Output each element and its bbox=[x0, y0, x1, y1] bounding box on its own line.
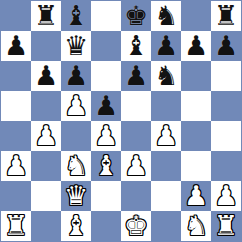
piece-black-bishop[interactable]: ♝ bbox=[124, 32, 148, 59]
square-a1[interactable]: ♜ bbox=[1, 211, 31, 241]
square-f5[interactable] bbox=[151, 91, 181, 121]
square-e1[interactable]: ♚ bbox=[121, 211, 151, 241]
piece-black-pawn[interactable]: ♟ bbox=[154, 32, 178, 59]
square-c2[interactable]: ♛ bbox=[61, 181, 91, 211]
square-h4[interactable] bbox=[211, 121, 241, 151]
square-c8[interactable]: ♝ bbox=[61, 1, 91, 31]
square-g6[interactable] bbox=[181, 61, 211, 91]
piece-white-bishop[interactable]: ♝ bbox=[64, 212, 88, 239]
square-d6[interactable] bbox=[91, 61, 121, 91]
square-h3[interactable] bbox=[211, 151, 241, 181]
piece-white-rook[interactable]: ♜ bbox=[214, 212, 238, 239]
square-c7[interactable]: ♛ bbox=[61, 31, 91, 61]
square-c1[interactable]: ♝ bbox=[61, 211, 91, 241]
square-b5[interactable] bbox=[31, 91, 61, 121]
piece-white-pawn[interactable]: ♟ bbox=[34, 122, 58, 149]
piece-black-king[interactable]: ♚ bbox=[124, 2, 148, 29]
square-g2[interactable]: ♟ bbox=[181, 181, 211, 211]
square-e8[interactable]: ♚ bbox=[121, 1, 151, 31]
piece-white-pawn[interactable]: ♟ bbox=[154, 122, 178, 149]
square-d3[interactable]: ♝ bbox=[91, 151, 121, 181]
piece-white-rook[interactable]: ♜ bbox=[4, 212, 28, 239]
square-h2[interactable]: ♟ bbox=[211, 181, 241, 211]
piece-white-pawn[interactable]: ♟ bbox=[64, 92, 88, 119]
square-a2[interactable] bbox=[1, 181, 31, 211]
square-a8[interactable] bbox=[1, 1, 31, 31]
square-b2[interactable] bbox=[31, 181, 61, 211]
piece-black-pawn[interactable]: ♟ bbox=[4, 32, 28, 59]
square-b1[interactable] bbox=[31, 211, 61, 241]
piece-white-pawn[interactable]: ♟ bbox=[124, 152, 148, 179]
square-d7[interactable] bbox=[91, 31, 121, 61]
square-e3[interactable]: ♟ bbox=[121, 151, 151, 181]
square-e6[interactable]: ♟ bbox=[121, 61, 151, 91]
square-e2[interactable] bbox=[121, 181, 151, 211]
square-b8[interactable]: ♜ bbox=[31, 1, 61, 31]
square-d1[interactable] bbox=[91, 211, 121, 241]
square-h5[interactable] bbox=[211, 91, 241, 121]
piece-black-rook[interactable]: ♜ bbox=[34, 2, 58, 29]
piece-black-pawn[interactable]: ♟ bbox=[214, 32, 238, 59]
square-c3[interactable]: ♞ bbox=[61, 151, 91, 181]
piece-white-knight[interactable]: ♞ bbox=[184, 212, 208, 239]
piece-white-queen[interactable]: ♛ bbox=[64, 182, 88, 209]
piece-white-pawn[interactable]: ♟ bbox=[214, 182, 238, 209]
square-c4[interactable] bbox=[61, 121, 91, 151]
square-d5[interactable]: ♟ bbox=[91, 91, 121, 121]
square-e4[interactable] bbox=[121, 121, 151, 151]
piece-black-bishop[interactable]: ♝ bbox=[64, 2, 88, 29]
square-f1[interactable] bbox=[151, 211, 181, 241]
square-f3[interactable] bbox=[151, 151, 181, 181]
square-a6[interactable] bbox=[1, 61, 31, 91]
square-b6[interactable]: ♟ bbox=[31, 61, 61, 91]
piece-black-knight[interactable]: ♞ bbox=[154, 2, 178, 29]
piece-white-bishop[interactable]: ♝ bbox=[94, 152, 118, 179]
square-g4[interactable] bbox=[181, 121, 211, 151]
square-b3[interactable] bbox=[31, 151, 61, 181]
square-a4[interactable] bbox=[1, 121, 31, 151]
piece-white-knight[interactable]: ♞ bbox=[64, 152, 88, 179]
square-h7[interactable]: ♟ bbox=[211, 31, 241, 61]
square-c5[interactable]: ♟ bbox=[61, 91, 91, 121]
square-a7[interactable]: ♟ bbox=[1, 31, 31, 61]
square-g5[interactable] bbox=[181, 91, 211, 121]
square-g1[interactable]: ♞ bbox=[181, 211, 211, 241]
piece-black-pawn[interactable]: ♟ bbox=[64, 62, 88, 89]
square-f4[interactable]: ♟ bbox=[151, 121, 181, 151]
piece-white-pawn[interactable]: ♟ bbox=[94, 122, 118, 149]
square-a3[interactable]: ♟ bbox=[1, 151, 31, 181]
square-e7[interactable]: ♝ bbox=[121, 31, 151, 61]
piece-black-rook[interactable]: ♜ bbox=[214, 2, 238, 29]
square-d8[interactable] bbox=[91, 1, 121, 31]
piece-black-pawn[interactable]: ♟ bbox=[34, 62, 58, 89]
piece-black-queen[interactable]: ♛ bbox=[64, 32, 88, 59]
piece-black-pawn[interactable]: ♟ bbox=[184, 32, 208, 59]
square-d2[interactable] bbox=[91, 181, 121, 211]
square-d4[interactable]: ♟ bbox=[91, 121, 121, 151]
square-h1[interactable]: ♜ bbox=[211, 211, 241, 241]
square-g7[interactable]: ♟ bbox=[181, 31, 211, 61]
piece-black-knight[interactable]: ♞ bbox=[154, 62, 178, 89]
piece-black-pawn[interactable]: ♟ bbox=[94, 92, 118, 119]
square-h8[interactable]: ♜ bbox=[211, 1, 241, 31]
square-h6[interactable] bbox=[211, 61, 241, 91]
piece-white-pawn[interactable]: ♟ bbox=[4, 152, 28, 179]
square-g3[interactable] bbox=[181, 151, 211, 181]
square-g8[interactable] bbox=[181, 1, 211, 31]
square-c6[interactable]: ♟ bbox=[61, 61, 91, 91]
square-f2[interactable] bbox=[151, 181, 181, 211]
piece-white-pawn[interactable]: ♟ bbox=[184, 182, 208, 209]
square-f8[interactable]: ♞ bbox=[151, 1, 181, 31]
square-a5[interactable] bbox=[1, 91, 31, 121]
chess-board: ♜♝♚♞♜♟♛♝♟♟♟♟♟♟♞♟♟♟♟♟♟♞♝♟♛♟♟♜♝♚♞♜ bbox=[0, 0, 242, 242]
square-f6[interactable]: ♞ bbox=[151, 61, 181, 91]
square-b4[interactable]: ♟ bbox=[31, 121, 61, 151]
piece-white-king[interactable]: ♚ bbox=[124, 212, 148, 239]
square-f7[interactable]: ♟ bbox=[151, 31, 181, 61]
square-e5[interactable] bbox=[121, 91, 151, 121]
square-b7[interactable] bbox=[31, 31, 61, 61]
piece-black-pawn[interactable]: ♟ bbox=[124, 62, 148, 89]
